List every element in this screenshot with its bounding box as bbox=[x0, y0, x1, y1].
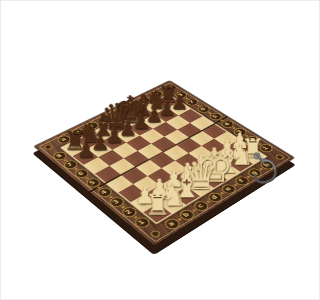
piece-shadow bbox=[122, 116, 138, 125]
piece-shadow bbox=[206, 174, 223, 185]
piece-shadow bbox=[219, 166, 236, 177]
piece-shadow bbox=[164, 199, 182, 211]
piece-shadow bbox=[149, 208, 167, 220]
piece-shadow bbox=[146, 117, 162, 126]
piece-shadow bbox=[178, 190, 196, 201]
piece-shadow bbox=[172, 105, 187, 114]
product-photo-chess-set: aa88bb77cc66dd55ee44ff33gg22hh11 ♜♞♝♛♚♝♞… bbox=[0, 0, 300, 300]
clasp-latch bbox=[248, 150, 284, 194]
piece-shadow bbox=[109, 123, 125, 132]
piece-white-pawn-f2: ♟ bbox=[193, 146, 236, 167]
piece-shadow bbox=[135, 110, 151, 119]
piece-shadow bbox=[161, 98, 176, 106]
